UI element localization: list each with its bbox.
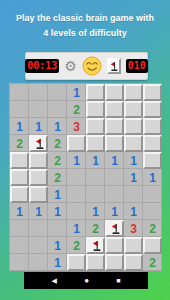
mine-counter-display: 010 bbox=[126, 59, 148, 73]
cell-r11c6[interactable] bbox=[105, 254, 124, 271]
mine-count-number: 1 bbox=[16, 121, 23, 133]
mine-count-number: 1 bbox=[73, 87, 80, 99]
cell-r6c6[interactable] bbox=[105, 169, 124, 186]
cell-r6c3[interactable]: 2 bbox=[48, 169, 67, 186]
cell-r5c1[interactable] bbox=[10, 152, 29, 169]
cell-r11c8[interactable]: 2 bbox=[143, 254, 162, 271]
mine-count-number: 1 bbox=[73, 155, 80, 167]
cell-r3c7[interactable] bbox=[124, 118, 143, 135]
cell-r3c2[interactable]: 1 bbox=[29, 118, 48, 135]
cell-r3c3[interactable]: 1 bbox=[48, 118, 67, 135]
cell-r5c6[interactable]: 1 bbox=[105, 152, 124, 169]
cell-r7c4[interactable] bbox=[67, 186, 86, 203]
cell-r7c5[interactable] bbox=[86, 186, 105, 203]
cell-r8c5[interactable]: 1 bbox=[86, 203, 105, 220]
cell-r7c1[interactable] bbox=[10, 186, 29, 203]
cell-r3c4[interactable]: 3 bbox=[67, 118, 86, 135]
cell-r9c8[interactable]: 2 bbox=[143, 220, 162, 237]
cell-r6c8[interactable]: 1 bbox=[143, 169, 162, 186]
cell-r2c8[interactable] bbox=[143, 101, 162, 118]
mine-count-number: 2 bbox=[92, 223, 99, 235]
cell-r3c6[interactable] bbox=[105, 118, 124, 135]
cell-r5c8[interactable] bbox=[143, 152, 162, 169]
mine-count-number: 3 bbox=[73, 121, 80, 133]
flag-icon bbox=[34, 138, 44, 150]
minesweeper-board: 1211132221111211111111112321212 bbox=[9, 83, 162, 271]
cell-r1c4[interactable]: 1 bbox=[67, 84, 86, 101]
mine-count-number: 1 bbox=[92, 206, 99, 218]
cell-r9c2[interactable] bbox=[29, 220, 48, 237]
cell-r9c5[interactable]: 2 bbox=[86, 220, 105, 237]
mine-count-number: 2 bbox=[149, 223, 156, 235]
cell-r1c8[interactable] bbox=[143, 84, 162, 101]
cell-r4c2[interactable] bbox=[29, 135, 48, 152]
back-icon[interactable]: ◀ bbox=[51, 277, 56, 284]
cell-r10c8[interactable] bbox=[143, 237, 162, 254]
smiley-face-button[interactable] bbox=[82, 56, 102, 76]
cell-r5c7[interactable]: 1 bbox=[124, 152, 143, 169]
cell-r4c8[interactable] bbox=[143, 135, 162, 152]
mine-count-number: 1 bbox=[16, 206, 23, 218]
cell-r9c7[interactable]: 3 bbox=[124, 220, 143, 237]
mine-count-number: 1 bbox=[73, 223, 80, 235]
cell-r4c7[interactable] bbox=[124, 135, 143, 152]
flag-icon bbox=[91, 240, 101, 252]
cell-r11c2[interactable] bbox=[29, 254, 48, 271]
cell-r2c2[interactable] bbox=[29, 101, 48, 118]
mine-count-number: 1 bbox=[130, 206, 137, 218]
cell-r4c5[interactable] bbox=[86, 135, 105, 152]
cell-r6c1[interactable] bbox=[10, 169, 29, 186]
cell-r11c5[interactable] bbox=[86, 254, 105, 271]
cell-r1c5[interactable] bbox=[86, 84, 105, 101]
cell-r6c5[interactable] bbox=[86, 169, 105, 186]
cell-r7c3[interactable]: 1 bbox=[48, 186, 67, 203]
cell-r7c2[interactable] bbox=[29, 186, 48, 203]
mine-count-number: 1 bbox=[54, 206, 61, 218]
cell-r11c4[interactable] bbox=[67, 254, 86, 271]
cell-r8c3[interactable]: 1 bbox=[48, 203, 67, 220]
mine-count-number: 2 bbox=[16, 138, 23, 150]
cell-r2c3[interactable] bbox=[48, 101, 67, 118]
cell-r7c6[interactable] bbox=[105, 186, 124, 203]
cell-r5c2[interactable] bbox=[29, 152, 48, 169]
cell-r6c4[interactable] bbox=[67, 169, 86, 186]
cell-r5c3[interactable]: 2 bbox=[48, 152, 67, 169]
title-line-1: Play the classic brain game with bbox=[0, 11, 170, 26]
cell-r9c3[interactable] bbox=[48, 220, 67, 237]
cell-r8c8[interactable] bbox=[143, 203, 162, 220]
mine-count-number: 2 bbox=[73, 104, 80, 116]
mine-count-number: 2 bbox=[73, 240, 80, 252]
cell-r10c1[interactable] bbox=[10, 237, 29, 254]
cell-r8c4[interactable] bbox=[67, 203, 86, 220]
cell-r9c6[interactable] bbox=[105, 220, 124, 237]
mine-count-number: 1 bbox=[54, 240, 61, 252]
cell-r2c5[interactable] bbox=[86, 101, 105, 118]
cell-r1c6[interactable] bbox=[105, 84, 124, 101]
mine-count-number: 2 bbox=[54, 138, 61, 150]
cell-r2c7[interactable] bbox=[124, 101, 143, 118]
mine-count-number: 2 bbox=[149, 257, 156, 269]
cell-r11c1[interactable] bbox=[10, 254, 29, 271]
cell-r1c7[interactable] bbox=[124, 84, 143, 101]
cell-r7c8[interactable] bbox=[143, 186, 162, 203]
cell-r10c2[interactable] bbox=[29, 237, 48, 254]
cell-r6c2[interactable] bbox=[29, 169, 48, 186]
cell-r9c4[interactable]: 1 bbox=[67, 220, 86, 237]
cell-r3c1[interactable]: 1 bbox=[10, 118, 29, 135]
cell-r7c7[interactable] bbox=[124, 186, 143, 203]
cell-r9c1[interactable] bbox=[10, 220, 29, 237]
cell-r11c7[interactable] bbox=[124, 254, 143, 271]
flag-icon bbox=[109, 61, 118, 72]
mine-count-number: 2 bbox=[54, 172, 61, 184]
mine-count-number: 1 bbox=[130, 172, 137, 184]
cell-r8c2[interactable]: 1 bbox=[29, 203, 48, 220]
mine-count-number: 1 bbox=[111, 206, 118, 218]
android-navbar: ◀ ● ■ bbox=[24, 272, 148, 289]
mine-count-number: 1 bbox=[92, 155, 99, 167]
promo-title: Play the classic brain game with 4 level… bbox=[0, 11, 170, 41]
cell-r2c6[interactable] bbox=[105, 101, 124, 118]
flag-mode-button[interactable] bbox=[107, 58, 121, 74]
gear-icon[interactable]: ⚙ bbox=[64, 59, 77, 73]
cell-r1c2[interactable] bbox=[29, 84, 48, 101]
cell-r11c3[interactable]: 1 bbox=[48, 254, 67, 271]
cell-r10c6[interactable] bbox=[105, 237, 124, 254]
cell-r3c8[interactable] bbox=[143, 118, 162, 135]
mine-count-number: 1 bbox=[111, 155, 118, 167]
mine-count-number: 1 bbox=[130, 155, 137, 167]
mine-count-number: 1 bbox=[35, 121, 42, 133]
mine-count-number: 1 bbox=[149, 172, 156, 184]
mine-count-number: 3 bbox=[130, 223, 137, 235]
mine-count-number: 1 bbox=[35, 206, 42, 218]
promo-screen: Play the classic brain game with 4 level… bbox=[0, 0, 170, 300]
cell-r5c5[interactable]: 1 bbox=[86, 152, 105, 169]
cell-r5c4[interactable]: 1 bbox=[67, 152, 86, 169]
timer-display: 00:13 bbox=[25, 59, 59, 73]
recents-icon[interactable]: ■ bbox=[116, 277, 120, 284]
cell-r6c7[interactable]: 1 bbox=[124, 169, 143, 186]
cell-r4c1[interactable]: 2 bbox=[10, 135, 29, 152]
mine-count-number: 1 bbox=[54, 189, 61, 201]
cell-r1c1[interactable] bbox=[10, 84, 29, 101]
mine-count-number: 1 bbox=[54, 121, 61, 133]
game-header-panel: 00:13 ⚙ 010 bbox=[25, 52, 148, 80]
mine-count-number: 1 bbox=[54, 257, 61, 269]
cell-r10c5[interactable] bbox=[86, 237, 105, 254]
cell-r10c4[interactable]: 2 bbox=[67, 237, 86, 254]
cell-r8c7[interactable]: 1 bbox=[124, 203, 143, 220]
cell-r10c7[interactable] bbox=[124, 237, 143, 254]
cell-r4c6[interactable] bbox=[105, 135, 124, 152]
cell-r2c4[interactable]: 2 bbox=[67, 101, 86, 118]
cell-r1c3[interactable] bbox=[48, 84, 67, 101]
cell-r3c5[interactable] bbox=[86, 118, 105, 135]
cell-r8c1[interactable]: 1 bbox=[10, 203, 29, 220]
cell-r8c6[interactable]: 1 bbox=[105, 203, 124, 220]
title-line-2: 4 levels of difficulty bbox=[0, 26, 170, 41]
cell-r4c4[interactable] bbox=[67, 135, 86, 152]
flag-icon bbox=[110, 223, 120, 235]
home-icon[interactable]: ● bbox=[84, 277, 89, 285]
cell-r4c3[interactable]: 2 bbox=[48, 135, 67, 152]
mine-count-number: 2 bbox=[54, 155, 61, 167]
cell-r2c1[interactable] bbox=[10, 101, 29, 118]
cell-r10c3[interactable]: 1 bbox=[48, 237, 67, 254]
